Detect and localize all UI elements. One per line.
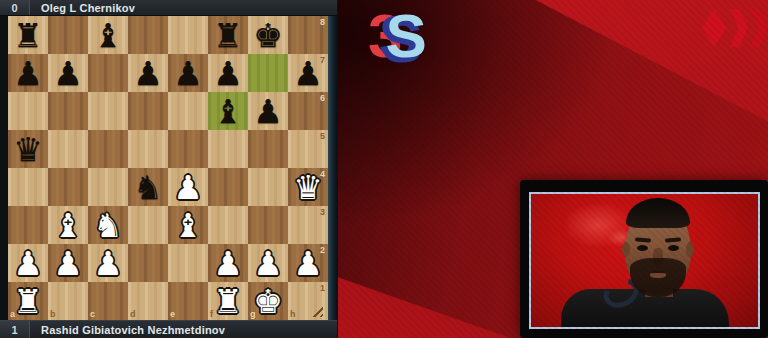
square-b8[interactable] [48,16,88,54]
file-label-b: b [50,310,56,319]
square-d7[interactable]: ♟ [128,54,168,92]
square-d3[interactable] [128,206,168,244]
square-f6[interactable]: ♝ [208,92,248,130]
square-a3[interactable] [8,206,48,244]
square-e3[interactable]: ♝ [168,206,208,244]
square-g3[interactable] [248,206,288,244]
board-edge-shadow [328,16,337,320]
square-g7[interactable] [248,54,288,92]
piece-black-knight[interactable]: ♞ [128,168,168,206]
square-h8[interactable]: 8 [288,16,328,54]
piece-white-bishop[interactable]: ♝ [168,206,208,244]
square-f4[interactable] [208,168,248,206]
square-f1[interactable]: ♜f [208,282,248,320]
player-top-score: 0 [0,0,30,15]
square-a1[interactable]: ♜a [8,282,48,320]
chess-board[interactable]: ♜♝♜♚8♟♟♟♟♟♟7♝♟6♛5♞♟♛4♝♞♝3♟♟♟♟♟♟2♜abcde♜f… [8,16,328,320]
square-c2[interactable]: ♟ [88,244,128,282]
square-d5[interactable] [128,130,168,168]
square-d1[interactable]: d [128,282,168,320]
square-e8[interactable] [168,16,208,54]
square-b6[interactable] [48,92,88,130]
piece-black-bishop[interactable]: ♝ [208,92,248,130]
rank-label-4: 4 [320,170,325,179]
square-a8[interactable]: ♜ [8,16,48,54]
player-bottom-name: Rashid Gibiatovich Nezhmetdinov [30,321,225,338]
piece-white-knight[interactable]: ♞ [88,206,128,244]
file-label-d: d [130,310,136,319]
piece-black-pawn[interactable]: ♟ [208,54,248,92]
piece-black-rook[interactable]: ♜ [208,16,248,54]
piece-white-pawn[interactable]: ♟ [8,244,48,282]
square-a6[interactable] [8,92,48,130]
square-c1[interactable]: c [88,282,128,320]
file-label-e: e [170,310,175,319]
piece-white-pawn[interactable]: ♟ [48,244,88,282]
streamer-head [625,200,691,294]
square-g5[interactable] [248,130,288,168]
piece-white-rook[interactable]: ♜ [208,282,248,320]
file-label-c: c [90,310,95,319]
piece-black-pawn[interactable]: ♟ [248,92,288,130]
player-bar-top: 0 Oleg L Chernikov [0,0,337,16]
square-e1[interactable]: e [168,282,208,320]
logo-letter-s: S [385,5,424,67]
square-f7[interactable]: ♟ [208,54,248,92]
piece-white-pawn[interactable]: ♟ [208,244,248,282]
square-h7[interactable]: ♟7 [288,54,328,92]
piece-black-queen[interactable]: ♛ [8,130,48,168]
player-bottom-score: 1 [0,321,30,338]
stream-frame: 0 Oleg L Chernikov ♜♝♜♚8♟♟♟♟♟♟7♝♟6♛5♞♟♛4… [0,0,768,338]
piece-black-king[interactable]: ♚ [248,16,288,54]
file-label-a: a [10,310,15,319]
square-g4[interactable] [248,168,288,206]
square-a4[interactable] [8,168,48,206]
square-g2[interactable]: ♟ [248,244,288,282]
square-c3[interactable]: ♞ [88,206,128,244]
square-c6[interactable] [88,92,128,130]
square-e6[interactable] [168,92,208,130]
square-f8[interactable]: ♜ [208,16,248,54]
square-c7[interactable] [88,54,128,92]
hive-diamond-icon [702,9,726,47]
overlay-background: 3 S [338,0,768,338]
hive-logo-icon [700,6,764,50]
rank-label-1: 1 [320,284,325,293]
square-b2[interactable]: ♟ [48,244,88,282]
piece-white-bishop[interactable]: ♝ [48,206,88,244]
square-g1[interactable]: ♚g [248,282,288,320]
rank-label-8: 8 [320,18,325,27]
file-label-f: f [210,310,213,319]
square-h4[interactable]: ♛4 [288,168,328,206]
square-e5[interactable] [168,130,208,168]
chess-panel: 0 Oleg L Chernikov ♜♝♜♚8♟♟♟♟♟♟7♝♟6♛5♞♟♛4… [0,0,338,338]
piece-black-pawn[interactable]: ♟ [168,54,208,92]
hive-chevron-icon [730,9,748,47]
file-label-g: g [250,310,256,319]
rank-label-5: 5 [320,132,325,141]
square-d4[interactable]: ♞ [128,168,168,206]
square-a7[interactable]: ♟ [8,54,48,92]
piece-black-bishop[interactable]: ♝ [88,16,128,54]
square-e7[interactable]: ♟ [168,54,208,92]
stream-logo-3s: 3 S [368,0,425,72]
square-c4[interactable] [88,168,128,206]
square-h3[interactable]: 3 [288,206,328,244]
square-b7[interactable]: ♟ [48,54,88,92]
piece-black-pawn[interactable]: ♟ [8,54,48,92]
square-h5[interactable]: 5 [288,130,328,168]
square-a5[interactable]: ♛ [8,130,48,168]
square-f2[interactable]: ♟ [208,244,248,282]
square-c8[interactable]: ♝ [88,16,128,54]
streamer-eye [637,245,648,251]
square-b3[interactable]: ♝ [48,206,88,244]
square-e4[interactable]: ♟ [168,168,208,206]
player-top-name: Oleg L Chernikov [30,0,135,15]
file-label-h: h [290,310,296,319]
square-h2[interactable]: ♟2 [288,244,328,282]
piece-black-rook[interactable]: ♜ [8,16,48,54]
rank-label-3: 3 [320,208,325,217]
piece-black-pawn[interactable]: ♟ [48,54,88,92]
piece-white-pawn[interactable]: ♟ [88,244,128,282]
square-g6[interactable]: ♟ [248,92,288,130]
rank-label-7: 7 [320,56,325,65]
square-c5[interactable] [88,130,128,168]
piece-black-pawn[interactable]: ♟ [128,54,168,92]
square-h6[interactable]: 6 [288,92,328,130]
streamer-hair [626,198,690,228]
square-b4[interactable] [48,168,88,206]
streamer-eye [668,245,679,251]
webcam-video [529,192,760,329]
square-d8[interactable] [128,16,168,54]
piece-white-pawn[interactable]: ♟ [168,168,208,206]
square-g8[interactable]: ♚ [248,16,288,54]
square-a2[interactable]: ♟ [8,244,48,282]
square-f3[interactable] [208,206,248,244]
square-d2[interactable] [128,244,168,282]
square-b5[interactable] [48,130,88,168]
square-e2[interactable] [168,244,208,282]
square-d6[interactable] [128,92,168,130]
piece-white-pawn[interactable]: ♟ [248,244,288,282]
rank-label-2: 2 [320,246,325,255]
square-f5[interactable] [208,130,248,168]
webcam-frame [520,180,768,338]
rank-label-6: 6 [320,94,325,103]
square-b1[interactable]: b [48,282,88,320]
player-bar-bottom: 1 Rashid Gibiatovich Nezhmetdinov [0,320,337,338]
